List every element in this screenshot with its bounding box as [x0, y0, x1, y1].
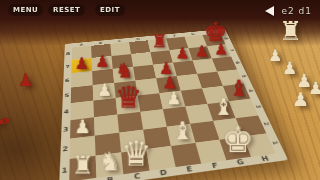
piece-red-p-b7[interactable]: ♟: [95, 54, 109, 70]
rank-label-left-2: 2: [60, 139, 70, 161]
piece-red-r-e8[interactable]: ♜: [151, 33, 168, 51]
square-a7[interactable]: ♟: [71, 58, 92, 73]
captured-white-pawn-2: ♟: [282, 60, 297, 77]
edit-button[interactable]: EDIT: [95, 4, 125, 16]
piece-white-p-e4[interactable]: ♟: [166, 90, 182, 107]
piece-white-r-a1[interactable]: ♜: [71, 153, 94, 179]
square-e2[interactable]: ♝: [167, 124, 196, 146]
rank-label-right-2: 2: [253, 119, 279, 128]
back-arrow-icon[interactable]: [265, 6, 274, 16]
square-b4[interactable]: [93, 98, 117, 117]
piece-white-b-g3[interactable]: ♝: [213, 96, 234, 119]
piece-white-p-a3[interactable]: ♟: [74, 118, 91, 137]
move-display: e2 d1: [265, 3, 312, 17]
piece-white-p-b5[interactable]: ♟: [97, 82, 112, 99]
piece-red-p-g7[interactable]: ♟: [195, 44, 209, 59]
rank-label-left-3: 3: [61, 120, 70, 140]
top-bar: MENU RESET EDIT e2 d1: [0, 0, 320, 22]
piece-red-p-a7[interactable]: ♟: [75, 56, 89, 72]
piece-white-q-c1[interactable]: ♛: [121, 137, 152, 172]
piece-red-p-h7[interactable]: ♟: [214, 42, 228, 57]
square-g1[interactable]: ♚: [219, 137, 251, 161]
square-c3[interactable]: [117, 112, 143, 133]
captured-red-bishop-1: ♝: [0, 111, 14, 132]
rank-label-right-6: 6: [227, 59, 249, 66]
piece-red-p-f7[interactable]: ♟: [176, 46, 190, 61]
square-a6[interactable]: [71, 71, 93, 88]
square-f2[interactable]: [190, 121, 219, 143]
rank-label-left-4: 4: [62, 103, 71, 121]
piece-red-q-c4[interactable]: ♛: [115, 83, 142, 113]
square-a1[interactable]: ♜: [69, 156, 96, 180]
piece-red-n-c6[interactable]: ♞: [116, 61, 134, 81]
captured-white-pawn-4: ♟: [292, 90, 309, 109]
chess-board[interactable]: ♜♚♟♟♟♟♟♞♟♟♟♛♟♝♟♝♝♜♞♛♚ AA88BB77CC66DD55EE…: [59, 29, 288, 180]
square-a3[interactable]: ♟: [70, 117, 95, 138]
rank-label-left-7: 7: [64, 60, 72, 74]
last-move-text: e2 d1: [281, 6, 312, 16]
rank-label-left-6: 6: [63, 73, 71, 88]
rank-label-left-8: 8: [64, 48, 72, 61]
piece-white-k-g1[interactable]: ♚: [222, 122, 254, 158]
board-grid: ♜♚♟♟♟♟♟♞♟♟♟♛♟♝♟♝♝♜♞♛♚: [69, 33, 275, 180]
rank-label-left-5: 5: [62, 88, 71, 105]
rank-label-left-1: 1: [59, 159, 69, 180]
game-scene: ♜♚♟♟♟♟♟♞♟♟♟♛♟♝♟♝♝♜♞♛♚ AA88BB77CC66DD55EE…: [0, 0, 320, 180]
square-b3[interactable]: [94, 115, 119, 136]
piece-white-b-e2[interactable]: ♝: [172, 119, 194, 144]
menu-button[interactable]: MENU: [8, 4, 43, 16]
captured-white-pawn-5: ♟: [308, 80, 320, 97]
captured-white-pawn-1: ♟: [268, 48, 282, 64]
square-d7[interactable]: [131, 52, 153, 67]
piece-white-n-b1[interactable]: ♞: [98, 150, 121, 175]
captured-red-pawn-0: ♟: [18, 72, 33, 89]
reset-button[interactable]: RESET: [48, 4, 85, 16]
